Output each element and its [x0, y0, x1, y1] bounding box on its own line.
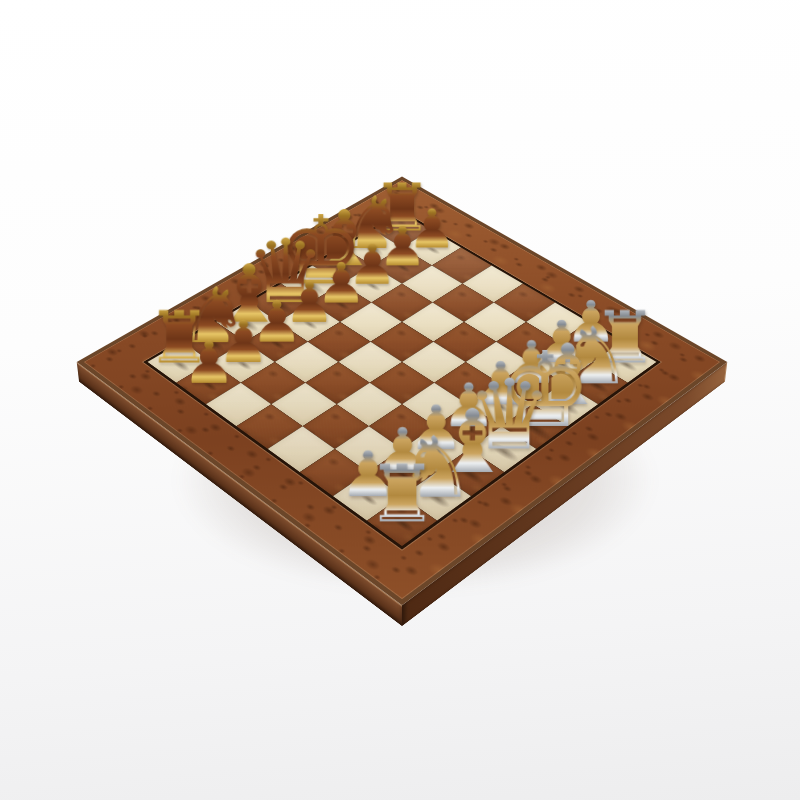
photo-backdrop: ♜♞♝♛♚♝♞♜♟♟♟♟♟♟♟♟♟♟♟♟♟♟♟♟♜♞♝♛♚♝♞♜: [0, 0, 800, 800]
perspective-scene: ♜♞♝♛♚♝♞♜♟♟♟♟♟♟♟♟♟♟♟♟♟♟♟♟♜♞♝♛♚♝♞♜: [0, 0, 800, 800]
playing-field-frame: ♜♞♝♛♚♝♞♜♟♟♟♟♟♟♟♟♟♟♟♟♟♟♟♟♜♞♝♛♚♝♞♜: [143, 211, 661, 550]
white-rook[interactable]: ♜: [363, 454, 440, 533]
squares-grid: ♜♞♝♛♚♝♞♜♟♟♟♟♟♟♟♟♟♟♟♟♟♟♟♟♜♞♝♛♚♝♞♜: [147, 213, 656, 546]
chess-board: ♜♞♝♛♚♝♞♜♟♟♟♟♟♟♟♟♟♟♟♟♟♟♟♟♜♞♝♛♚♝♞♜: [77, 177, 728, 606]
white-rook-glyph: ♜: [366, 454, 437, 533]
